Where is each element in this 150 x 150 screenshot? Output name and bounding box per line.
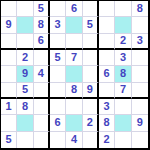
cell-r7c9[interactable]: [132, 99, 148, 115]
cell-r6c6[interactable]: 9: [83, 83, 99, 99]
cell-r9c8[interactable]: [115, 132, 131, 148]
cell-r8c6[interactable]: 2: [83, 115, 99, 131]
cell-r5c4[interactable]: [50, 66, 66, 82]
cell-r6c7[interactable]: [99, 83, 115, 99]
cell-r3c1[interactable]: [1, 34, 17, 50]
cell-r9c3[interactable]: [34, 132, 50, 148]
cell-r7c4[interactable]: [50, 99, 66, 115]
cell-r7c6[interactable]: [83, 99, 99, 115]
cell-r3c2[interactable]: [17, 34, 33, 50]
cell-r9c9[interactable]: [132, 132, 148, 148]
cell-r7c8[interactable]: [115, 99, 131, 115]
cell-r2c5[interactable]: [66, 17, 82, 33]
cell-r3c7[interactable]: [99, 34, 115, 50]
cell-r1c8[interactable]: [115, 1, 131, 17]
cell-r8c8[interactable]: [115, 115, 131, 131]
cell-r6c2[interactable]: 5: [17, 83, 33, 99]
cell-r1c6[interactable]: [83, 1, 99, 17]
cell-r7c3[interactable]: [34, 99, 50, 115]
cell-r1c3[interactable]: 5: [34, 1, 50, 17]
cell-r4c2[interactable]: 2: [17, 50, 33, 66]
cell-r7c2[interactable]: 8: [17, 99, 33, 115]
cell-r3c5[interactable]: [66, 34, 82, 50]
cell-r4c8[interactable]: 3: [115, 50, 131, 66]
cell-r3c6[interactable]: [83, 34, 99, 50]
cell-r1c7[interactable]: [99, 1, 115, 17]
cell-r5c8[interactable]: 8: [115, 66, 131, 82]
cell-r8c7[interactable]: 8: [99, 115, 115, 131]
cell-r4c4[interactable]: 5: [50, 50, 66, 66]
cell-r3c4[interactable]: [50, 34, 66, 50]
cell-r6c9[interactable]: [132, 83, 148, 99]
cell-r6c1[interactable]: [1, 83, 17, 99]
cell-r3c8[interactable]: 2: [115, 34, 131, 50]
cell-r4c9[interactable]: [132, 50, 148, 66]
cell-r8c4[interactable]: 6: [50, 115, 66, 131]
cell-r5c6[interactable]: [83, 66, 99, 82]
cell-r7c5[interactable]: [66, 99, 82, 115]
cell-r8c5[interactable]: [66, 115, 82, 131]
cell-r9c5[interactable]: 4: [66, 132, 82, 148]
sudoku-board: 56898356232573946858971836289542: [0, 0, 150, 150]
cell-r6c5[interactable]: 8: [66, 83, 82, 99]
cell-r4c5[interactable]: 7: [66, 50, 82, 66]
cell-r1c5[interactable]: 6: [66, 1, 82, 17]
cell-r4c6[interactable]: [83, 50, 99, 66]
cell-r2c4[interactable]: 3: [50, 17, 66, 33]
cell-r5c2[interactable]: 9: [17, 66, 33, 82]
cell-r9c7[interactable]: 2: [99, 132, 115, 148]
cell-r9c6[interactable]: [83, 132, 99, 148]
cell-r9c4[interactable]: [50, 132, 66, 148]
cell-r9c2[interactable]: [17, 132, 33, 148]
cell-r8c1[interactable]: [1, 115, 17, 131]
cell-r8c9[interactable]: 9: [132, 115, 148, 131]
cell-r4c7[interactable]: [99, 50, 115, 66]
cell-r6c8[interactable]: 7: [115, 83, 131, 99]
cell-r6c4[interactable]: [50, 83, 66, 99]
cell-r2c3[interactable]: 8: [34, 17, 50, 33]
cell-r1c2[interactable]: [17, 1, 33, 17]
cell-r4c1[interactable]: [1, 50, 17, 66]
cell-r5c3[interactable]: 4: [34, 66, 50, 82]
cell-r1c9[interactable]: 8: [132, 1, 148, 17]
cell-r7c1[interactable]: 1: [1, 99, 17, 115]
cell-r2c9[interactable]: [132, 17, 148, 33]
cell-r6c3[interactable]: [34, 83, 50, 99]
cell-r5c1[interactable]: [1, 66, 17, 82]
cell-r3c9[interactable]: 3: [132, 34, 148, 50]
cell-r4c3[interactable]: [34, 50, 50, 66]
cell-r5c5[interactable]: [66, 66, 82, 82]
cell-r8c2[interactable]: [17, 115, 33, 131]
cell-r5c9[interactable]: [132, 66, 148, 82]
cell-r7c7[interactable]: 3: [99, 99, 115, 115]
cell-r5c7[interactable]: 6: [99, 66, 115, 82]
cell-r1c1[interactable]: [1, 1, 17, 17]
cell-r2c2[interactable]: [17, 17, 33, 33]
cell-r2c6[interactable]: 5: [83, 17, 99, 33]
cell-r3c3[interactable]: 6: [34, 34, 50, 50]
cell-r2c8[interactable]: [115, 17, 131, 33]
cell-r2c7[interactable]: [99, 17, 115, 33]
cell-r1c4[interactable]: [50, 1, 66, 17]
cell-r8c3[interactable]: [34, 115, 50, 131]
cell-r2c1[interactable]: 9: [1, 17, 17, 33]
cell-r9c1[interactable]: 5: [1, 132, 17, 148]
